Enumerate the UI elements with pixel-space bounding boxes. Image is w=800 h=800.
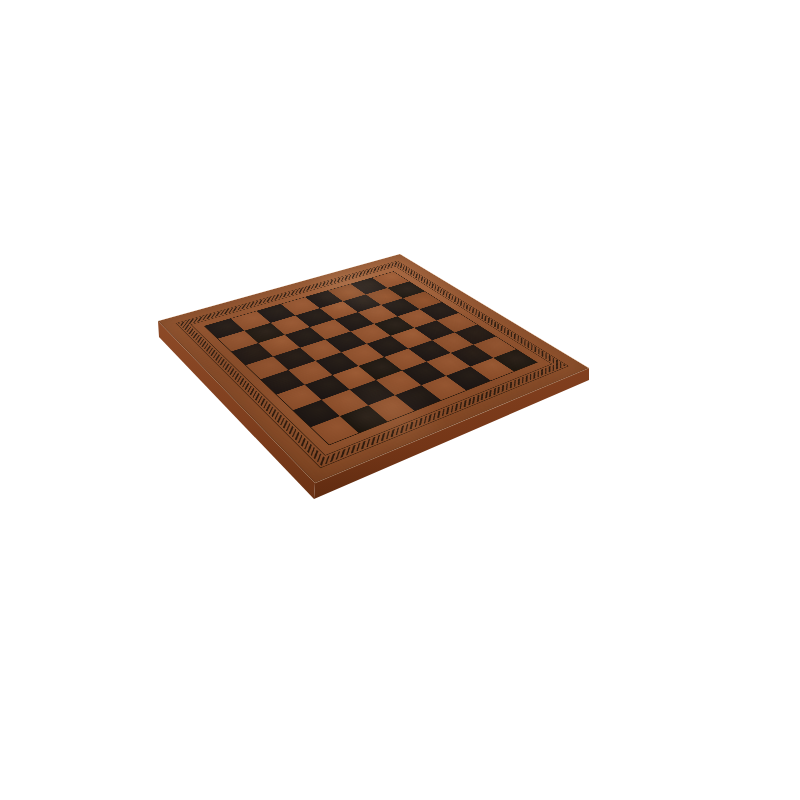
product-photo-scene — [0, 0, 800, 800]
